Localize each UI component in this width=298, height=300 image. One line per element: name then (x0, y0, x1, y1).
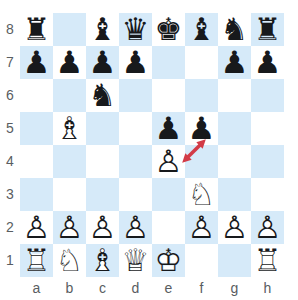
square-e5[interactable]: ♟ (152, 112, 185, 145)
rank-labels: 87654321 (0, 13, 20, 277)
chess-board-area: 87654321 ♜♝♛♚♝♞♜♟♟♟♟♟♟♞♝♗♟♟♟♙♞♘♟♙♟♙♟♙♟♙♟… (0, 0, 298, 300)
black-queen-piece: ♛ (119, 13, 152, 46)
square-h1[interactable]: ♜♖ (251, 244, 284, 277)
square-g7[interactable]: ♟ (218, 46, 251, 79)
file-label-e: e (152, 278, 185, 298)
white-queen-piece: ♕ (119, 244, 152, 277)
square-c4[interactable] (86, 145, 119, 178)
white-knight-fill: ♞ (185, 178, 218, 211)
square-f1[interactable] (185, 244, 218, 277)
square-f6[interactable] (185, 79, 218, 112)
black-pawn-piece: ♟ (53, 46, 86, 79)
square-d1[interactable]: ♛♕ (119, 244, 152, 277)
rank-label-6: 6 (0, 79, 20, 112)
white-knight-piece: ♘ (185, 178, 218, 211)
square-g4[interactable] (218, 145, 251, 178)
square-a4[interactable] (20, 145, 53, 178)
square-b1[interactable]: ♞♘ (53, 244, 86, 277)
square-b3[interactable] (53, 178, 86, 211)
white-pawn-piece: ♙ (86, 211, 119, 244)
square-f4[interactable] (185, 145, 218, 178)
white-bishop-fill: ♝ (86, 244, 119, 277)
white-pawn-fill: ♟ (86, 211, 119, 244)
black-bishop-piece: ♝ (185, 13, 218, 46)
white-pawn-fill: ♟ (218, 211, 251, 244)
square-c3[interactable] (86, 178, 119, 211)
square-a7[interactable]: ♟ (20, 46, 53, 79)
rank-label-4: 4 (0, 145, 20, 178)
white-pawn-fill: ♟ (185, 211, 218, 244)
rank-label-3: 3 (0, 178, 20, 211)
black-rook-piece: ♜ (251, 13, 284, 46)
square-a3[interactable] (20, 178, 53, 211)
black-knight-piece: ♞ (218, 13, 251, 46)
file-label-c: c (86, 278, 119, 298)
rank-label-7: 7 (0, 46, 20, 79)
white-pawn-fill: ♟ (119, 211, 152, 244)
square-a1[interactable]: ♜♖ (20, 244, 53, 277)
square-e2[interactable] (152, 211, 185, 244)
square-d3[interactable] (119, 178, 152, 211)
white-bishop-piece: ♗ (86, 244, 119, 277)
white-pawn-piece: ♙ (251, 211, 284, 244)
black-pawn-piece: ♟ (86, 46, 119, 79)
black-rook-piece: ♜ (20, 13, 53, 46)
file-label-b: b (53, 278, 86, 298)
square-b8[interactable] (53, 13, 86, 46)
square-h5[interactable] (251, 112, 284, 145)
white-bishop-piece: ♗ (53, 112, 86, 145)
black-king-piece: ♚ (152, 13, 185, 46)
rank-label-8: 8 (0, 13, 20, 46)
square-b7[interactable]: ♟ (53, 46, 86, 79)
black-pawn-piece: ♟ (119, 46, 152, 79)
square-a2[interactable]: ♟♙ (20, 211, 53, 244)
white-rook-piece: ♖ (251, 244, 284, 277)
white-pawn-fill: ♟ (251, 211, 284, 244)
square-d8[interactable]: ♛ (119, 13, 152, 46)
chess-board: ♜♝♛♚♝♞♜♟♟♟♟♟♟♞♝♗♟♟♟♙♞♘♟♙♟♙♟♙♟♙♟♙♟♙♟♙♜♖♞♘… (20, 13, 284, 277)
square-g8[interactable]: ♞ (218, 13, 251, 46)
black-pawn-piece: ♟ (185, 112, 218, 145)
square-g3[interactable] (218, 178, 251, 211)
file-label-f: f (185, 278, 218, 298)
square-a6[interactable] (20, 79, 53, 112)
square-e6[interactable] (152, 79, 185, 112)
white-rook-piece: ♖ (20, 244, 53, 277)
square-f7[interactable] (185, 46, 218, 79)
white-pawn-piece: ♙ (53, 211, 86, 244)
square-e4[interactable]: ♟♙ (152, 145, 185, 178)
square-c7[interactable]: ♟ (86, 46, 119, 79)
square-h4[interactable] (251, 145, 284, 178)
white-pawn-fill: ♟ (152, 145, 185, 178)
black-knight-piece: ♞ (86, 79, 119, 112)
square-e1[interactable]: ♚♔ (152, 244, 185, 277)
square-h3[interactable] (251, 178, 284, 211)
square-h6[interactable] (251, 79, 284, 112)
square-g1[interactable] (218, 244, 251, 277)
white-pawn-piece: ♙ (152, 145, 185, 178)
white-pawn-piece: ♙ (20, 211, 53, 244)
white-pawn-piece: ♙ (218, 211, 251, 244)
square-a5[interactable] (20, 112, 53, 145)
square-g5[interactable] (218, 112, 251, 145)
square-f8[interactable]: ♝ (185, 13, 218, 46)
rank-label-1: 1 (0, 244, 20, 277)
square-a8[interactable]: ♜ (20, 13, 53, 46)
black-pawn-piece: ♟ (152, 112, 185, 145)
rank-label-2: 2 (0, 211, 20, 244)
square-e7[interactable] (152, 46, 185, 79)
square-c5[interactable] (86, 112, 119, 145)
black-pawn-piece: ♟ (218, 46, 251, 79)
square-e8[interactable]: ♚ (152, 13, 185, 46)
square-e3[interactable] (152, 178, 185, 211)
square-c8[interactable]: ♝ (86, 13, 119, 46)
white-bishop-fill: ♝ (53, 112, 86, 145)
square-g6[interactable] (218, 79, 251, 112)
square-d7[interactable]: ♟ (119, 46, 152, 79)
square-b6[interactable] (53, 79, 86, 112)
rank-label-5: 5 (0, 112, 20, 145)
square-h7[interactable]: ♟ (251, 46, 284, 79)
white-king-fill: ♚ (152, 244, 185, 277)
square-b5[interactable]: ♝♗ (53, 112, 86, 145)
black-pawn-piece: ♟ (251, 46, 284, 79)
file-label-h: h (251, 278, 284, 298)
black-pawn-piece: ♟ (20, 46, 53, 79)
square-d5[interactable] (119, 112, 152, 145)
square-f2[interactable]: ♟♙ (185, 211, 218, 244)
white-rook-fill: ♜ (251, 244, 284, 277)
square-b2[interactable]: ♟♙ (53, 211, 86, 244)
white-king-piece: ♔ (152, 244, 185, 277)
square-d6[interactable] (119, 79, 152, 112)
square-h2[interactable]: ♟♙ (251, 211, 284, 244)
file-label-g: g (218, 278, 251, 298)
square-g2[interactable]: ♟♙ (218, 211, 251, 244)
square-b4[interactable] (53, 145, 86, 178)
square-d4[interactable] (119, 145, 152, 178)
white-pawn-piece: ♙ (119, 211, 152, 244)
white-rook-fill: ♜ (20, 244, 53, 277)
white-knight-fill: ♞ (53, 244, 86, 277)
file-labels: abcdefgh (20, 278, 284, 298)
file-label-d: d (119, 278, 152, 298)
white-pawn-fill: ♟ (20, 211, 53, 244)
square-d2[interactable]: ♟♙ (119, 211, 152, 244)
white-knight-piece: ♘ (53, 244, 86, 277)
square-f3[interactable]: ♞♘ (185, 178, 218, 211)
square-c1[interactable]: ♝♗ (86, 244, 119, 277)
black-bishop-piece: ♝ (86, 13, 119, 46)
white-pawn-piece: ♙ (185, 211, 218, 244)
square-c2[interactable]: ♟♙ (86, 211, 119, 244)
square-f5[interactable]: ♟ (185, 112, 218, 145)
square-h8[interactable]: ♜ (251, 13, 284, 46)
white-queen-fill: ♛ (119, 244, 152, 277)
white-pawn-fill: ♟ (53, 211, 86, 244)
square-c6[interactable]: ♞ (86, 79, 119, 112)
file-label-a: a (20, 278, 53, 298)
